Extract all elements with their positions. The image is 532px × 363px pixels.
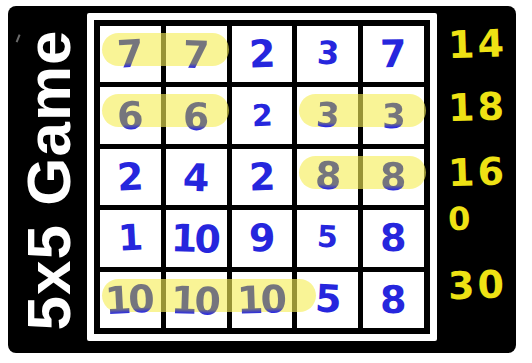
cell-value: 10 — [104, 280, 156, 321]
cell-r5c1[interactable]: 10 — [100, 272, 161, 328]
cell-r4c2[interactable]: 10 — [166, 210, 227, 266]
cell-value: 3 — [316, 37, 340, 70]
cell-value: 8 — [314, 156, 342, 195]
cell-value: 10 — [236, 280, 287, 320]
cell-r4c4[interactable]: 5 — [297, 210, 358, 266]
cell-r1c4[interactable]: 3 — [297, 26, 358, 82]
row-total-3: 16 — [447, 149, 520, 195]
cell-value: 7 — [182, 36, 210, 75]
cell-r3c1[interactable]: 2 — [100, 149, 161, 205]
cell-r1c5[interactable]: 7 — [363, 26, 424, 82]
page: 5x5 Game 77237662332428811095810101058 1… — [0, 0, 532, 363]
cell-r4c5[interactable]: 8 — [363, 210, 424, 266]
cell-value: 4 — [182, 159, 210, 198]
cell-value: 6 — [116, 96, 144, 135]
cell-value: 7 — [116, 35, 144, 74]
game-title: 5x5 Game — [13, 29, 84, 330]
cell-value: 10 — [171, 220, 222, 260]
game-board: 77237662332428811095810101058 — [87, 13, 437, 341]
cell-value: 8 — [380, 158, 407, 196]
cell-r4c1[interactable]: 1 — [100, 210, 161, 266]
game-stage: 5x5 Game 77237662332428811095810101058 1… — [8, 6, 516, 353]
cell-r1c3[interactable]: 2 — [232, 26, 293, 82]
cell-r5c5[interactable]: 8 — [363, 272, 424, 328]
cell-value: 5 — [314, 279, 342, 318]
cell-value: 2 — [251, 100, 273, 131]
cell-value: 3 — [381, 98, 405, 132]
row-total-4: 0 — [447, 195, 520, 241]
cell-value: 6 — [182, 97, 210, 136]
cell-r3c2[interactable]: 4 — [166, 149, 227, 205]
cell-value: 3 — [315, 97, 340, 132]
cell-r2c3[interactable]: 2 — [232, 87, 293, 143]
cell-r4c3[interactable]: 9 — [232, 210, 293, 266]
cell-value: 9 — [248, 219, 276, 258]
cell-value: 8 — [380, 281, 407, 319]
cell-r5c3[interactable]: 10 — [232, 272, 293, 328]
cell-value: 2 — [248, 158, 276, 197]
row-total-1: 14 — [447, 21, 520, 67]
cell-value: 2 — [248, 35, 276, 74]
cell-value: 2 — [116, 157, 144, 196]
cell-value: 1 — [117, 220, 144, 257]
cell-value: 10 — [171, 281, 222, 321]
cell-r3c3[interactable]: 2 — [232, 149, 293, 205]
row-total-5: 30 — [447, 262, 520, 308]
cell-r5c2[interactable]: 10 — [166, 272, 227, 328]
row-total-2: 18 — [447, 84, 520, 130]
cell-value: 5 — [317, 222, 339, 253]
cell-value: 8 — [380, 219, 407, 257]
board-grid: 77237662332428811095810101058 — [94, 20, 430, 334]
cell-value: 7 — [380, 35, 407, 73]
